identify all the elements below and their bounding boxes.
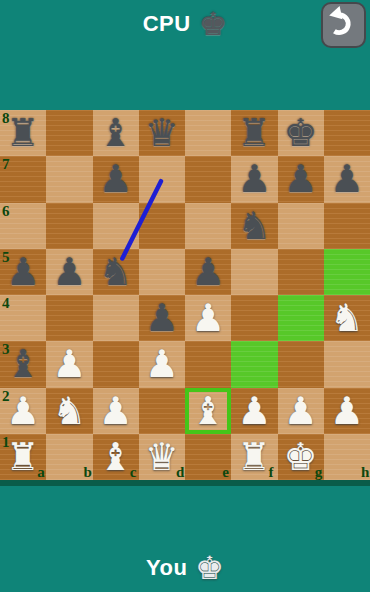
black-queen-d8[interactable]: ♛ [139, 110, 185, 156]
square-g3[interactable] [278, 341, 324, 387]
square-g6[interactable] [278, 203, 324, 249]
black-pawn-b5[interactable]: ♟ [46, 249, 92, 295]
white-queen-d1[interactable]: ♛ [139, 434, 185, 480]
square-c6[interactable] [93, 203, 139, 249]
black-rook-f8[interactable]: ♜ [231, 110, 277, 156]
black-pawn-h7[interactable]: ♟ [324, 156, 370, 202]
black-rook-a8[interactable]: ♜ [0, 110, 46, 156]
undo-button[interactable] [321, 2, 366, 48]
white-pawn-h2[interactable]: ♟ [324, 388, 370, 434]
black-bishop-c8[interactable]: ♝ [93, 110, 139, 156]
undo-arrow-icon [327, 5, 361, 45]
white-knight-b2[interactable]: ♞ [46, 388, 92, 434]
square-a6[interactable] [0, 203, 46, 249]
black-pawn-d4[interactable]: ♟ [139, 295, 185, 341]
square-d7[interactable] [139, 156, 185, 202]
square-b4[interactable] [46, 295, 92, 341]
black-pawn-e5[interactable]: ♟ [185, 249, 231, 295]
square-h8[interactable] [324, 110, 370, 156]
white-pawn-c2[interactable]: ♟ [93, 388, 139, 434]
square-b1[interactable] [46, 434, 92, 480]
you-label: You [146, 555, 187, 581]
square-c4[interactable] [93, 295, 139, 341]
black-pawn-a5[interactable]: ♟ [0, 249, 46, 295]
white-knight-h4[interactable]: ♞ [324, 295, 370, 341]
white-pawn-f2[interactable]: ♟ [231, 388, 277, 434]
square-h1[interactable] [324, 434, 370, 480]
white-king-g1[interactable]: ♚ [278, 434, 324, 480]
square-b7[interactable] [46, 156, 92, 202]
board-bottom-strip [0, 480, 370, 486]
square-g4[interactable] [278, 295, 324, 341]
white-pawn-g2[interactable]: ♟ [278, 388, 324, 434]
square-h3[interactable] [324, 341, 370, 387]
square-f5[interactable] [231, 249, 277, 295]
square-e7[interactable] [185, 156, 231, 202]
square-c3[interactable] [93, 341, 139, 387]
square-d6[interactable] [139, 203, 185, 249]
white-bishop-e2[interactable]: ♝ [185, 388, 231, 434]
square-b6[interactable] [46, 203, 92, 249]
white-rook-a1[interactable]: ♜ [0, 434, 46, 480]
white-pawn-a2[interactable]: ♟ [0, 388, 46, 434]
header-bar: CPU ♚ [0, 0, 370, 48]
black-king-icon: ♚ [199, 8, 228, 40]
chess-board: ♜♝♛♜♚♟♟♟♟♞♟♟♞♟♟♝♟♞♟♟♟♞♟♝♟♟♟♜♝♛♜♚ 8765432… [0, 110, 370, 480]
black-pawn-f7[interactable]: ♟ [231, 156, 277, 202]
white-king-icon: ♚ [195, 552, 224, 584]
square-d5[interactable] [139, 249, 185, 295]
cpu-label: CPU [143, 11, 191, 37]
black-bishop-a3[interactable]: ♝ [0, 341, 46, 387]
square-e3[interactable] [185, 341, 231, 387]
black-pawn-g7[interactable]: ♟ [278, 156, 324, 202]
white-rook-f1[interactable]: ♜ [231, 434, 277, 480]
square-h5[interactable] [324, 249, 370, 295]
square-a4[interactable] [0, 295, 46, 341]
square-b8[interactable] [46, 110, 92, 156]
square-d2[interactable] [139, 388, 185, 434]
black-king-g8[interactable]: ♚ [278, 110, 324, 156]
white-pawn-b3[interactable]: ♟ [46, 341, 92, 387]
footer-bar: You ♚ [0, 544, 370, 592]
square-e1[interactable] [185, 434, 231, 480]
white-pawn-e4[interactable]: ♟ [185, 295, 231, 341]
square-f4[interactable] [231, 295, 277, 341]
square-f3[interactable] [231, 341, 277, 387]
black-knight-f6[interactable]: ♞ [231, 203, 277, 249]
black-knight-c5[interactable]: ♞ [93, 249, 139, 295]
square-h6[interactable] [324, 203, 370, 249]
white-pawn-d3[interactable]: ♟ [139, 341, 185, 387]
black-pawn-c7[interactable]: ♟ [93, 156, 139, 202]
white-bishop-c1[interactable]: ♝ [93, 434, 139, 480]
square-a7[interactable] [0, 156, 46, 202]
square-e8[interactable] [185, 110, 231, 156]
square-g5[interactable] [278, 249, 324, 295]
square-e6[interactable] [185, 203, 231, 249]
